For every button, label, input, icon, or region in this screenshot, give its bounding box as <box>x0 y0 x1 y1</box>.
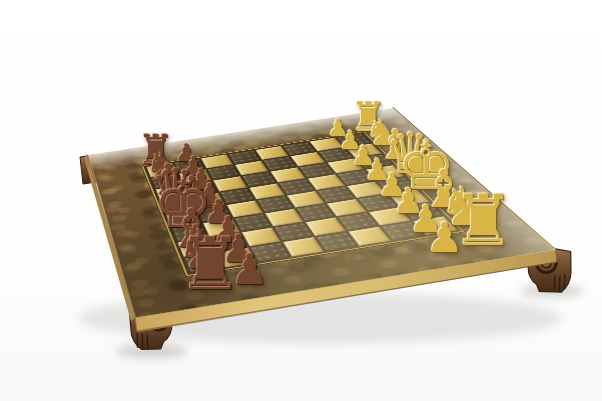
board-square <box>184 253 222 273</box>
board-square <box>217 248 256 268</box>
chess-set-photo: ♜♞♝♛♚♝♞♜♟♟♟♟♟♟♟♟♟♟♟♟♟♟♟♟♜♞♝♛♚♝♞♜ <box>0 0 602 401</box>
board-playing-area <box>143 132 461 275</box>
